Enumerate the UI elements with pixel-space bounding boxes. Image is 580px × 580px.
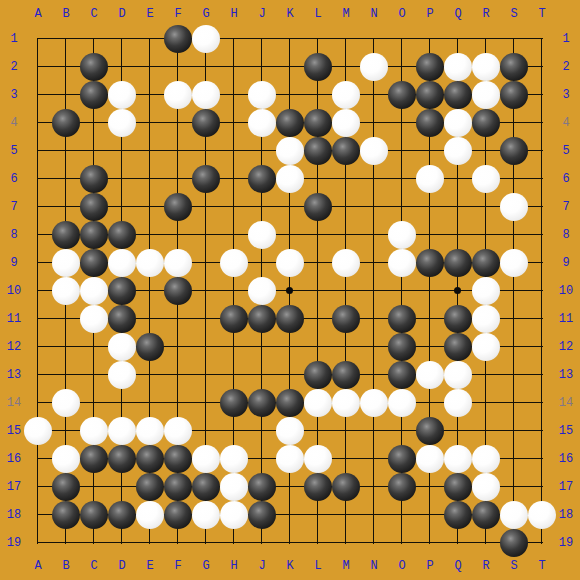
intersection-L18[interactable] (304, 501, 332, 529)
white-stone-J10[interactable] (248, 277, 276, 305)
intersection-T2[interactable] (528, 53, 556, 81)
intersection-O19[interactable] (388, 529, 416, 557)
intersection-J6[interactable] (248, 165, 276, 193)
black-stone-M17[interactable] (332, 473, 360, 501)
intersection-Q16[interactable] (444, 445, 472, 473)
white-stone-D3[interactable] (108, 81, 136, 109)
black-stone-P2[interactable] (416, 53, 444, 81)
white-stone-S7[interactable] (500, 193, 528, 221)
white-stone-P16[interactable] (416, 445, 444, 473)
white-stone-K6[interactable] (276, 165, 304, 193)
intersection-P3[interactable] (416, 81, 444, 109)
intersection-B1[interactable] (52, 25, 80, 53)
white-stone-L16[interactable] (304, 445, 332, 473)
intersection-C13[interactable] (80, 361, 108, 389)
intersection-O14[interactable] (388, 389, 416, 417)
black-stone-E16[interactable] (136, 445, 164, 473)
intersection-G6[interactable] (192, 165, 220, 193)
black-stone-J18[interactable] (248, 501, 276, 529)
black-stone-E17[interactable] (136, 473, 164, 501)
intersection-P5[interactable] (416, 137, 444, 165)
intersection-S10[interactable] (500, 277, 528, 305)
intersection-A2[interactable] (24, 53, 52, 81)
intersection-A13[interactable] (24, 361, 52, 389)
intersection-F12[interactable] (164, 333, 192, 361)
intersection-C5[interactable] (80, 137, 108, 165)
intersection-J10[interactable] (248, 277, 276, 305)
intersection-D6[interactable] (108, 165, 136, 193)
intersection-B7[interactable] (52, 193, 80, 221)
intersection-F19[interactable] (164, 529, 192, 557)
intersection-N10[interactable] (360, 277, 388, 305)
intersection-S7[interactable] (500, 193, 528, 221)
intersection-N17[interactable] (360, 473, 388, 501)
intersection-M1[interactable] (332, 25, 360, 53)
intersection-M18[interactable] (332, 501, 360, 529)
intersection-N8[interactable] (360, 221, 388, 249)
intersection-C8[interactable] (80, 221, 108, 249)
intersection-O6[interactable] (388, 165, 416, 193)
intersection-P1[interactable] (416, 25, 444, 53)
black-stone-J17[interactable] (248, 473, 276, 501)
black-stone-C6[interactable] (80, 165, 108, 193)
black-stone-E12[interactable] (136, 333, 164, 361)
intersection-P17[interactable] (416, 473, 444, 501)
intersection-R3[interactable] (472, 81, 500, 109)
white-stone-M3[interactable] (332, 81, 360, 109)
white-stone-E18[interactable] (136, 501, 164, 529)
white-stone-S9[interactable] (500, 249, 528, 277)
black-stone-P15[interactable] (416, 417, 444, 445)
black-stone-C8[interactable] (80, 221, 108, 249)
intersection-D19[interactable] (108, 529, 136, 557)
black-stone-C7[interactable] (80, 193, 108, 221)
white-stone-P13[interactable] (416, 361, 444, 389)
intersection-E9[interactable] (136, 249, 164, 277)
intersection-A18[interactable] (24, 501, 52, 529)
intersection-L19[interactable] (304, 529, 332, 557)
intersection-Q9[interactable] (444, 249, 472, 277)
intersection-R5[interactable] (472, 137, 500, 165)
intersection-E19[interactable] (136, 529, 164, 557)
intersection-C12[interactable] (80, 333, 108, 361)
white-stone-S18[interactable] (500, 501, 528, 529)
black-stone-Q11[interactable] (444, 305, 472, 333)
intersection-E11[interactable] (136, 305, 164, 333)
intersection-J3[interactable] (248, 81, 276, 109)
white-stone-Q14[interactable] (444, 389, 472, 417)
intersection-L16[interactable] (304, 445, 332, 473)
white-stone-Q5[interactable] (444, 137, 472, 165)
intersection-M6[interactable] (332, 165, 360, 193)
intersection-K6[interactable] (276, 165, 304, 193)
intersection-K3[interactable] (276, 81, 304, 109)
black-stone-D18[interactable] (108, 501, 136, 529)
intersection-F1[interactable] (164, 25, 192, 53)
intersection-F16[interactable] (164, 445, 192, 473)
intersection-L2[interactable] (304, 53, 332, 81)
white-stone-C11[interactable] (80, 305, 108, 333)
intersection-E18[interactable] (136, 501, 164, 529)
intersection-H5[interactable] (220, 137, 248, 165)
intersection-M3[interactable] (332, 81, 360, 109)
intersection-N16[interactable] (360, 445, 388, 473)
intersection-O8[interactable] (388, 221, 416, 249)
intersection-C3[interactable] (80, 81, 108, 109)
black-stone-Q17[interactable] (444, 473, 472, 501)
intersection-M19[interactable] (332, 529, 360, 557)
intersection-H19[interactable] (220, 529, 248, 557)
intersection-T1[interactable] (528, 25, 556, 53)
intersection-Q1[interactable] (444, 25, 472, 53)
intersection-T11[interactable] (528, 305, 556, 333)
intersection-F3[interactable] (164, 81, 192, 109)
intersection-K17[interactable] (276, 473, 304, 501)
black-stone-G4[interactable] (192, 109, 220, 137)
white-stone-H16[interactable] (220, 445, 248, 473)
intersection-N15[interactable] (360, 417, 388, 445)
intersection-N4[interactable] (360, 109, 388, 137)
intersection-S11[interactable] (500, 305, 528, 333)
intersection-D13[interactable] (108, 361, 136, 389)
intersection-F13[interactable] (164, 361, 192, 389)
intersection-H2[interactable] (220, 53, 248, 81)
intersection-P2[interactable] (416, 53, 444, 81)
intersection-A3[interactable] (24, 81, 52, 109)
black-stone-K11[interactable] (276, 305, 304, 333)
white-stone-L14[interactable] (304, 389, 332, 417)
intersection-N12[interactable] (360, 333, 388, 361)
black-stone-H11[interactable] (220, 305, 248, 333)
intersection-H1[interactable] (220, 25, 248, 53)
black-stone-H14[interactable] (220, 389, 248, 417)
intersection-E5[interactable] (136, 137, 164, 165)
intersection-P7[interactable] (416, 193, 444, 221)
white-stone-D15[interactable] (108, 417, 136, 445)
intersection-E8[interactable] (136, 221, 164, 249)
black-stone-K4[interactable] (276, 109, 304, 137)
intersection-Q14[interactable] (444, 389, 472, 417)
white-stone-R16[interactable] (472, 445, 500, 473)
intersection-F10[interactable] (164, 277, 192, 305)
intersection-K16[interactable] (276, 445, 304, 473)
black-stone-P4[interactable] (416, 109, 444, 137)
intersection-P4[interactable] (416, 109, 444, 137)
intersection-H15[interactable] (220, 417, 248, 445)
intersection-P14[interactable] (416, 389, 444, 417)
intersection-K8[interactable] (276, 221, 304, 249)
white-stone-O8[interactable] (388, 221, 416, 249)
intersection-H7[interactable] (220, 193, 248, 221)
intersection-D10[interactable] (108, 277, 136, 305)
intersection-D5[interactable] (108, 137, 136, 165)
intersection-F2[interactable] (164, 53, 192, 81)
intersection-G7[interactable] (192, 193, 220, 221)
intersection-E1[interactable] (136, 25, 164, 53)
intersection-N9[interactable] (360, 249, 388, 277)
white-stone-N2[interactable] (360, 53, 388, 81)
white-stone-K16[interactable] (276, 445, 304, 473)
intersection-H17[interactable] (220, 473, 248, 501)
intersection-C1[interactable] (80, 25, 108, 53)
black-stone-J11[interactable] (248, 305, 276, 333)
intersection-T3[interactable] (528, 81, 556, 109)
intersection-Q3[interactable] (444, 81, 472, 109)
intersection-A4[interactable] (24, 109, 52, 137)
intersection-R14[interactable] (472, 389, 500, 417)
intersection-G12[interactable] (192, 333, 220, 361)
intersection-M4[interactable] (332, 109, 360, 137)
intersection-T8[interactable] (528, 221, 556, 249)
intersection-L17[interactable] (304, 473, 332, 501)
intersection-G3[interactable] (192, 81, 220, 109)
intersection-J4[interactable] (248, 109, 276, 137)
intersection-C14[interactable] (80, 389, 108, 417)
intersection-H16[interactable] (220, 445, 248, 473)
white-stone-G16[interactable] (192, 445, 220, 473)
white-stone-R17[interactable] (472, 473, 500, 501)
white-stone-B16[interactable] (52, 445, 80, 473)
intersection-O11[interactable] (388, 305, 416, 333)
black-stone-O16[interactable] (388, 445, 416, 473)
intersection-T17[interactable] (528, 473, 556, 501)
intersection-D14[interactable] (108, 389, 136, 417)
intersection-N6[interactable] (360, 165, 388, 193)
intersection-B16[interactable] (52, 445, 80, 473)
black-stone-G17[interactable] (192, 473, 220, 501)
white-stone-C10[interactable] (80, 277, 108, 305)
black-stone-D11[interactable] (108, 305, 136, 333)
intersection-C19[interactable] (80, 529, 108, 557)
intersection-H14[interactable] (220, 389, 248, 417)
white-stone-R3[interactable] (472, 81, 500, 109)
intersection-A7[interactable] (24, 193, 52, 221)
intersection-N3[interactable] (360, 81, 388, 109)
intersection-C2[interactable] (80, 53, 108, 81)
intersection-P11[interactable] (416, 305, 444, 333)
intersection-G14[interactable] (192, 389, 220, 417)
white-stone-T18[interactable] (528, 501, 556, 529)
intersection-P13[interactable] (416, 361, 444, 389)
intersection-O4[interactable] (388, 109, 416, 137)
intersection-L8[interactable] (304, 221, 332, 249)
white-stone-R2[interactable] (472, 53, 500, 81)
intersection-G16[interactable] (192, 445, 220, 473)
black-stone-C18[interactable] (80, 501, 108, 529)
intersection-D3[interactable] (108, 81, 136, 109)
intersection-E6[interactable] (136, 165, 164, 193)
intersection-E4[interactable] (136, 109, 164, 137)
intersection-G2[interactable] (192, 53, 220, 81)
intersection-K11[interactable] (276, 305, 304, 333)
white-stone-H18[interactable] (220, 501, 248, 529)
intersection-N14[interactable] (360, 389, 388, 417)
intersection-E15[interactable] (136, 417, 164, 445)
intersection-O9[interactable] (388, 249, 416, 277)
intersection-O3[interactable] (388, 81, 416, 109)
intersection-P19[interactable] (416, 529, 444, 557)
intersection-M2[interactable] (332, 53, 360, 81)
intersection-J18[interactable] (248, 501, 276, 529)
intersection-F7[interactable] (164, 193, 192, 221)
intersection-E2[interactable] (136, 53, 164, 81)
intersection-S18[interactable] (500, 501, 528, 529)
white-stone-J8[interactable] (248, 221, 276, 249)
intersection-E3[interactable] (136, 81, 164, 109)
intersection-R6[interactable] (472, 165, 500, 193)
black-stone-S2[interactable] (500, 53, 528, 81)
intersection-L13[interactable] (304, 361, 332, 389)
intersection-D7[interactable] (108, 193, 136, 221)
intersection-A17[interactable] (24, 473, 52, 501)
white-stone-G18[interactable] (192, 501, 220, 529)
intersection-R12[interactable] (472, 333, 500, 361)
black-stone-F7[interactable] (164, 193, 192, 221)
intersection-R4[interactable] (472, 109, 500, 137)
intersection-G4[interactable] (192, 109, 220, 137)
black-stone-L4[interactable] (304, 109, 332, 137)
intersection-L10[interactable] (304, 277, 332, 305)
intersection-E17[interactable] (136, 473, 164, 501)
intersection-M14[interactable] (332, 389, 360, 417)
intersection-M5[interactable] (332, 137, 360, 165)
intersection-F4[interactable] (164, 109, 192, 137)
intersection-D4[interactable] (108, 109, 136, 137)
intersection-S14[interactable] (500, 389, 528, 417)
white-stone-J4[interactable] (248, 109, 276, 137)
intersection-D16[interactable] (108, 445, 136, 473)
intersection-O1[interactable] (388, 25, 416, 53)
intersection-P10[interactable] (416, 277, 444, 305)
intersection-R16[interactable] (472, 445, 500, 473)
intersection-A19[interactable] (24, 529, 52, 557)
intersection-P15[interactable] (416, 417, 444, 445)
intersection-F9[interactable] (164, 249, 192, 277)
intersection-N1[interactable] (360, 25, 388, 53)
intersection-C7[interactable] (80, 193, 108, 221)
intersection-S12[interactable] (500, 333, 528, 361)
intersection-E14[interactable] (136, 389, 164, 417)
black-stone-F10[interactable] (164, 277, 192, 305)
intersection-Q4[interactable] (444, 109, 472, 137)
intersection-F17[interactable] (164, 473, 192, 501)
black-stone-B17[interactable] (52, 473, 80, 501)
intersection-R10[interactable] (472, 277, 500, 305)
intersection-Q8[interactable] (444, 221, 472, 249)
intersection-Q6[interactable] (444, 165, 472, 193)
intersection-G5[interactable] (192, 137, 220, 165)
intersection-A10[interactable] (24, 277, 52, 305)
intersection-A8[interactable] (24, 221, 52, 249)
intersection-F6[interactable] (164, 165, 192, 193)
intersection-K5[interactable] (276, 137, 304, 165)
intersection-S8[interactable] (500, 221, 528, 249)
white-stone-P6[interactable] (416, 165, 444, 193)
intersection-J19[interactable] (248, 529, 276, 557)
black-stone-D16[interactable] (108, 445, 136, 473)
intersection-D15[interactable] (108, 417, 136, 445)
intersection-N7[interactable] (360, 193, 388, 221)
intersection-S1[interactable] (500, 25, 528, 53)
white-stone-B14[interactable] (52, 389, 80, 417)
intersection-P9[interactable] (416, 249, 444, 277)
intersection-K10[interactable] (276, 277, 304, 305)
black-stone-O17[interactable] (388, 473, 416, 501)
intersection-K13[interactable] (276, 361, 304, 389)
intersection-S13[interactable] (500, 361, 528, 389)
black-stone-S19[interactable] (500, 529, 528, 557)
white-stone-H9[interactable] (220, 249, 248, 277)
black-stone-L7[interactable] (304, 193, 332, 221)
black-stone-O3[interactable] (388, 81, 416, 109)
black-stone-S5[interactable] (500, 137, 528, 165)
intersection-Q15[interactable] (444, 417, 472, 445)
intersection-K18[interactable] (276, 501, 304, 529)
intersection-Q2[interactable] (444, 53, 472, 81)
intersection-B11[interactable] (52, 305, 80, 333)
intersection-D12[interactable] (108, 333, 136, 361)
intersection-D18[interactable] (108, 501, 136, 529)
black-stone-K14[interactable] (276, 389, 304, 417)
intersection-P18[interactable] (416, 501, 444, 529)
intersection-R7[interactable] (472, 193, 500, 221)
black-stone-C9[interactable] (80, 249, 108, 277)
intersection-T4[interactable] (528, 109, 556, 137)
intersection-R17[interactable] (472, 473, 500, 501)
black-stone-B8[interactable] (52, 221, 80, 249)
intersection-R2[interactable] (472, 53, 500, 81)
intersection-Q13[interactable] (444, 361, 472, 389)
intersection-H12[interactable] (220, 333, 248, 361)
white-stone-D9[interactable] (108, 249, 136, 277)
black-stone-C2[interactable] (80, 53, 108, 81)
white-stone-G3[interactable] (192, 81, 220, 109)
intersection-A12[interactable] (24, 333, 52, 361)
intersection-G15[interactable] (192, 417, 220, 445)
intersection-N11[interactable] (360, 305, 388, 333)
intersection-R18[interactable] (472, 501, 500, 529)
black-stone-B18[interactable] (52, 501, 80, 529)
intersection-K12[interactable] (276, 333, 304, 361)
intersection-L7[interactable] (304, 193, 332, 221)
intersection-O13[interactable] (388, 361, 416, 389)
intersection-B17[interactable] (52, 473, 80, 501)
black-stone-Q9[interactable] (444, 249, 472, 277)
intersection-G17[interactable] (192, 473, 220, 501)
white-stone-E15[interactable] (136, 417, 164, 445)
white-stone-M9[interactable] (332, 249, 360, 277)
intersection-T7[interactable] (528, 193, 556, 221)
intersection-S3[interactable] (500, 81, 528, 109)
intersection-T10[interactable] (528, 277, 556, 305)
intersection-M12[interactable] (332, 333, 360, 361)
black-stone-Q3[interactable] (444, 81, 472, 109)
white-stone-R12[interactable] (472, 333, 500, 361)
black-stone-R18[interactable] (472, 501, 500, 529)
intersection-Q12[interactable] (444, 333, 472, 361)
intersection-O17[interactable] (388, 473, 416, 501)
black-stone-R9[interactable] (472, 249, 500, 277)
intersection-S9[interactable] (500, 249, 528, 277)
white-stone-F15[interactable] (164, 417, 192, 445)
intersection-F18[interactable] (164, 501, 192, 529)
intersection-M7[interactable] (332, 193, 360, 221)
intersection-L12[interactable] (304, 333, 332, 361)
white-stone-K5[interactable] (276, 137, 304, 165)
black-stone-P3[interactable] (416, 81, 444, 109)
intersection-P12[interactable] (416, 333, 444, 361)
intersection-K15[interactable] (276, 417, 304, 445)
